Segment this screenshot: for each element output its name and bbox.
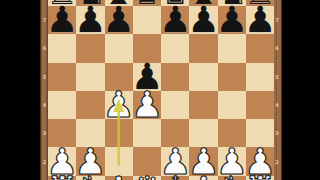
square-e1[interactable]: ♚ bbox=[161, 176, 189, 180]
video-frame: ♜♞♝♛♚♝♞♜♟♟♟♟♟♟♟♟♟♟♟♟♟♟♟♟♜♞♝♛♚♝♞♜ 7766554… bbox=[0, 0, 320, 180]
square-b1[interactable]: ♞ bbox=[76, 176, 104, 180]
square-h4[interactable] bbox=[246, 91, 274, 119]
rank-label-2-left: 2 bbox=[41, 159, 48, 164]
square-e6[interactable] bbox=[161, 34, 189, 62]
square-f7[interactable]: ♟ bbox=[189, 6, 217, 34]
square-f4[interactable] bbox=[189, 91, 217, 119]
square-e4[interactable] bbox=[161, 91, 189, 119]
white-rook[interactable]: ♜ bbox=[244, 172, 276, 180]
rank-label-5-left: 5 bbox=[41, 74, 48, 79]
square-h1[interactable]: ♜ bbox=[246, 176, 274, 180]
square-g5[interactable] bbox=[218, 63, 246, 91]
chess-board: ♜♞♝♛♚♝♞♜♟♟♟♟♟♟♟♟♟♟♟♟♟♟♟♟♜♞♝♛♚♝♞♜ bbox=[48, 0, 272, 180]
chess-board-frame: ♜♞♝♛♚♝♞♜♟♟♟♟♟♟♟♟♟♟♟♟♟♟♟♟♜♞♝♛♚♝♞♜ 7766554… bbox=[40, 0, 282, 180]
rank-label-4-right: 4 bbox=[272, 103, 281, 108]
rank-label-7-right: 7 bbox=[272, 18, 281, 23]
rank-label-3-right: 3 bbox=[272, 131, 281, 136]
square-c4[interactable]: ♟ bbox=[105, 91, 133, 119]
square-f5[interactable] bbox=[189, 63, 217, 91]
square-b4[interactable] bbox=[76, 91, 104, 119]
square-f1[interactable]: ♝ bbox=[189, 176, 217, 180]
square-d4[interactable]: ♟ bbox=[133, 91, 161, 119]
white-pawn[interactable]: ♟ bbox=[131, 87, 163, 123]
square-g4[interactable] bbox=[218, 91, 246, 119]
square-e7[interactable]: ♟ bbox=[161, 6, 189, 34]
black-pawn[interactable]: ♟ bbox=[103, 2, 135, 38]
square-b5[interactable] bbox=[76, 63, 104, 91]
rank-label-6-left: 6 bbox=[41, 46, 48, 51]
square-c6[interactable] bbox=[105, 34, 133, 62]
rank-label-7-left: 7 bbox=[41, 18, 48, 23]
square-d7[interactable] bbox=[133, 6, 161, 34]
square-d3[interactable] bbox=[133, 119, 161, 147]
square-b7[interactable]: ♟ bbox=[76, 6, 104, 34]
square-g6[interactable] bbox=[218, 34, 246, 62]
square-e5[interactable] bbox=[161, 63, 189, 91]
rank-label-6-right: 6 bbox=[272, 46, 281, 51]
square-c1[interactable]: ♝ bbox=[105, 176, 133, 180]
square-h7[interactable]: ♟ bbox=[246, 6, 274, 34]
square-d1[interactable]: ♛ bbox=[133, 176, 161, 180]
square-a5[interactable] bbox=[48, 63, 76, 91]
square-c7[interactable]: ♟ bbox=[105, 6, 133, 34]
square-f6[interactable] bbox=[189, 34, 217, 62]
square-g1[interactable]: ♞ bbox=[218, 176, 246, 180]
square-a7[interactable]: ♟ bbox=[48, 6, 76, 34]
square-h5[interactable] bbox=[246, 63, 274, 91]
square-b6[interactable] bbox=[76, 34, 104, 62]
rank-label-3-left: 3 bbox=[41, 131, 48, 136]
square-a1[interactable]: ♜ bbox=[48, 176, 76, 180]
rank-label-4-left: 4 bbox=[41, 103, 48, 108]
square-c3[interactable] bbox=[105, 119, 133, 147]
rank-label-2-right: 2 bbox=[272, 159, 281, 164]
square-a6[interactable] bbox=[48, 34, 76, 62]
rank-label-5-right: 5 bbox=[272, 74, 281, 79]
square-g7[interactable]: ♟ bbox=[218, 6, 246, 34]
square-a4[interactable] bbox=[48, 91, 76, 119]
square-h6[interactable] bbox=[246, 34, 274, 62]
